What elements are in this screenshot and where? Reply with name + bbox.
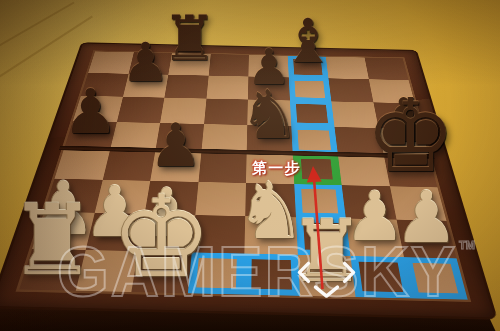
piece-black-K-h4[interactable]: ♚ (365, 86, 456, 187)
piece-white-K-c1[interactable]: ♚ (111, 181, 212, 294)
piece-white-R-a1[interactable]: ♜ (8, 192, 96, 290)
scene: GAMERSKY TM 第一步 ♜♝♟♟♟♞♟♟♚♟♟♟♞♟♟♜♚♜ (0, 0, 500, 331)
piece-white-R-f1[interactable]: ♜ (288, 208, 365, 294)
piece-black-N-e5[interactable]: ♞ (239, 80, 300, 148)
first-step-label: 第一步 (252, 158, 300, 177)
tablecloth-crease (0, 2, 74, 49)
square-h1[interactable] (403, 257, 467, 300)
square-c7[interactable] (164, 74, 208, 98)
piece-black-P-b7[interactable]: ♟ (121, 36, 169, 90)
piece-white-P-h2[interactable]: ♟ (394, 182, 458, 253)
piece-black-R-c8[interactable]: ♜ (161, 8, 217, 70)
piece-black-P-a5[interactable]: ♟ (63, 81, 118, 143)
piece-black-P-c4[interactable]: ♟ (149, 116, 203, 176)
